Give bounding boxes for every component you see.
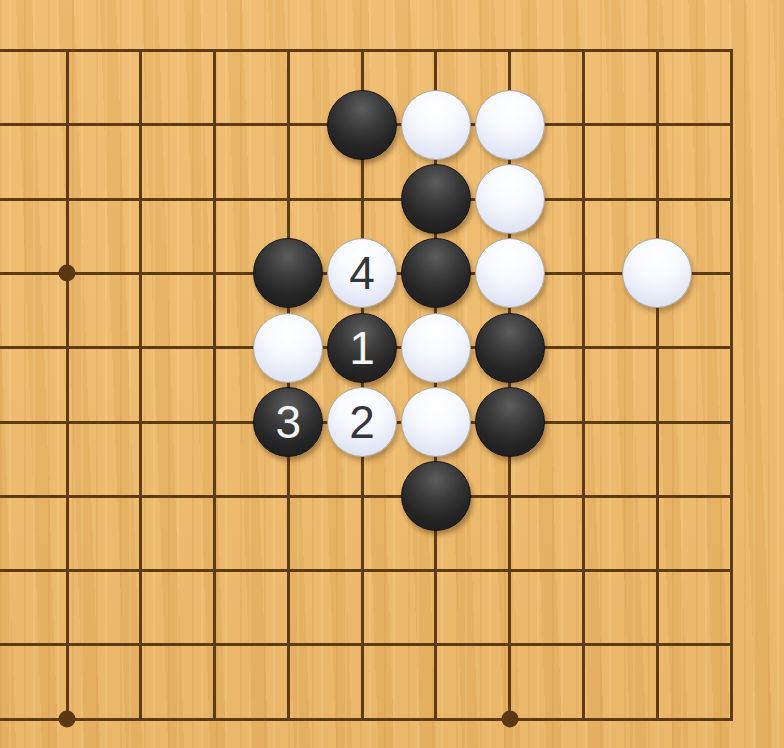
stone-white xyxy=(401,387,471,457)
stone-black xyxy=(253,238,323,308)
stone-black xyxy=(475,387,545,457)
grid-line-vertical xyxy=(656,49,659,721)
stone-white xyxy=(622,238,692,308)
stone-white xyxy=(401,90,471,160)
stone-black xyxy=(475,313,545,383)
grid-line-vertical xyxy=(582,49,585,721)
grid-line-vertical xyxy=(730,49,733,721)
go-board[interactable]: 4132 xyxy=(0,0,784,748)
stone-black-move-1: 1 xyxy=(327,313,397,383)
stone-black xyxy=(401,461,471,531)
stone-white-move-2: 2 xyxy=(327,387,397,457)
stone-white xyxy=(401,313,471,383)
stone-black xyxy=(401,164,471,234)
grid-line-horizontal xyxy=(0,49,733,52)
stone-black xyxy=(401,238,471,308)
grid-line-horizontal xyxy=(0,495,733,498)
move-number-label: 3 xyxy=(276,399,302,445)
grid-line-horizontal xyxy=(0,198,733,201)
grid-line-horizontal xyxy=(0,643,733,646)
star-point xyxy=(59,265,76,282)
grid-line-vertical xyxy=(139,49,142,721)
stone-white xyxy=(475,238,545,308)
grid-line-horizontal xyxy=(0,718,733,721)
move-number-label: 1 xyxy=(349,325,375,371)
stone-white xyxy=(253,313,323,383)
grid-line-vertical xyxy=(213,49,216,721)
stone-black-move-3: 3 xyxy=(253,387,323,457)
star-point xyxy=(501,711,518,728)
stone-white xyxy=(475,164,545,234)
stone-black xyxy=(327,90,397,160)
grid-line-horizontal xyxy=(0,569,733,572)
stone-white xyxy=(475,90,545,160)
grid-line-vertical xyxy=(287,49,290,721)
move-number-label: 4 xyxy=(349,250,375,296)
move-number-label: 2 xyxy=(349,399,375,445)
stone-white-move-4: 4 xyxy=(327,238,397,308)
grid-line-vertical xyxy=(66,49,69,721)
star-point xyxy=(59,711,76,728)
